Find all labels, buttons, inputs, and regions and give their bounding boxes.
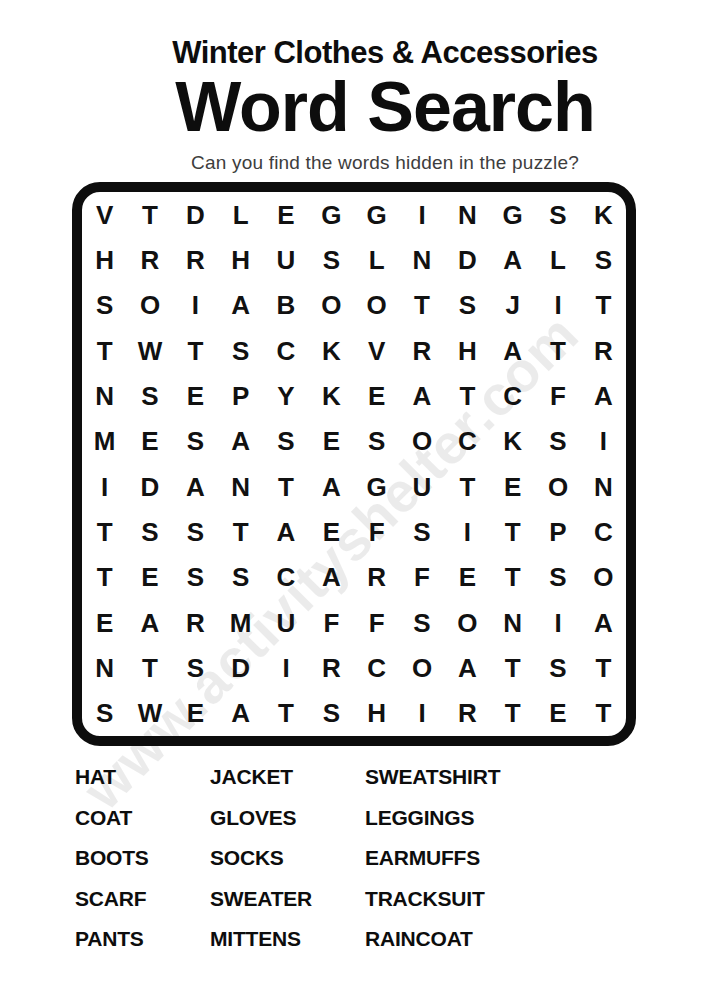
grid-cell-r3c9: S <box>445 283 490 328</box>
grid-cell-r2c3: R <box>173 237 218 282</box>
grid-cell-r1c4: L <box>218 192 263 237</box>
grid-cell-r11c12: T <box>581 645 626 690</box>
grid-cell-r11c3: S <box>173 645 218 690</box>
grid-cell-r8c1: T <box>82 509 127 554</box>
grid-cell-r8c12: C <box>581 509 626 554</box>
grid-cell-r7c7: G <box>354 464 399 509</box>
grid-cell-r10c11: I <box>535 600 580 645</box>
grid-cell-r7c8: U <box>399 464 444 509</box>
grid-cell-r5c6: K <box>309 373 354 418</box>
grid-cell-r4c6: K <box>309 328 354 373</box>
grid-cell-r9c11: S <box>535 555 580 600</box>
word-search-board: VTDLEGGINGSKHRRHUSLNDALSSOIABOOTSJITTWTS… <box>72 182 636 746</box>
word-hat: HAT <box>75 757 210 798</box>
word-pants: PANTS <box>75 919 210 960</box>
grid-cell-r10c12: A <box>581 600 626 645</box>
grid-cell-r7c3: A <box>173 464 218 509</box>
grid-cell-r3c6: O <box>309 283 354 328</box>
grid-cell-r11c4: D <box>218 645 263 690</box>
grid-cell-r10c9: O <box>445 600 490 645</box>
grid-cell-r2c7: L <box>354 237 399 282</box>
grid-cell-r5c11: F <box>535 373 580 418</box>
grid-cell-r4c5: C <box>263 328 308 373</box>
grid-cell-r4c2: W <box>127 328 172 373</box>
word-boots: BOOTS <box>75 838 210 879</box>
grid-cell-r3c11: I <box>535 283 580 328</box>
grid-cell-r5c4: P <box>218 373 263 418</box>
grid-cell-r4c4: S <box>218 328 263 373</box>
grid-cell-r3c10: J <box>490 283 535 328</box>
grid-cell-r12c1: S <box>82 691 127 736</box>
page-title: Word Search <box>65 72 705 142</box>
word-gloves: GLOVES <box>210 798 365 839</box>
grid-cell-r9c5: C <box>263 555 308 600</box>
grid-cell-r5c3: E <box>173 373 218 418</box>
grid-cell-r6c7: S <box>354 419 399 464</box>
grid-cell-r7c4: N <box>218 464 263 509</box>
grid-cell-r11c10: T <box>490 645 535 690</box>
word-jacket: JACKET <box>210 757 365 798</box>
grid-cell-r8c6: E <box>309 509 354 554</box>
grid-cell-r10c2: A <box>127 600 172 645</box>
grid-cell-r4c7: V <box>354 328 399 373</box>
grid-cell-r1c9: N <box>445 192 490 237</box>
word-search-grid: VTDLEGGINGSKHRRHUSLNDALSSOIABOOTSJITTWTS… <box>82 192 626 736</box>
grid-cell-r12c6: S <box>309 691 354 736</box>
grid-cell-r3c2: O <box>127 283 172 328</box>
grid-cell-r6c5: S <box>263 419 308 464</box>
word-sweater: SWEATER <box>210 879 365 920</box>
grid-cell-r9c12: O <box>581 555 626 600</box>
grid-cell-r11c8: O <box>399 645 444 690</box>
grid-cell-r3c4: A <box>218 283 263 328</box>
grid-cell-r12c7: H <box>354 691 399 736</box>
grid-cell-r9c9: E <box>445 555 490 600</box>
grid-cell-r6c8: O <box>399 419 444 464</box>
word-tracksuit: TRACKSUIT <box>365 879 647 920</box>
grid-cell-r6c9: C <box>445 419 490 464</box>
grid-cell-r2c9: D <box>445 237 490 282</box>
grid-cell-r3c1: S <box>82 283 127 328</box>
grid-cell-r9c8: F <box>399 555 444 600</box>
grid-cell-r10c7: F <box>354 600 399 645</box>
grid-cell-r8c7: F <box>354 509 399 554</box>
grid-cell-r5c10: C <box>490 373 535 418</box>
grid-cell-r4c8: R <box>399 328 444 373</box>
word-mittens: MITTENS <box>210 919 365 960</box>
grid-cell-r11c2: T <box>127 645 172 690</box>
grid-cell-r6c12: I <box>581 419 626 464</box>
grid-cell-r8c8: S <box>399 509 444 554</box>
grid-cell-r5c2: S <box>127 373 172 418</box>
grid-cell-r3c8: T <box>399 283 444 328</box>
grid-cell-r10c5: U <box>263 600 308 645</box>
grid-cell-r4c11: T <box>535 328 580 373</box>
grid-cell-r3c5: B <box>263 283 308 328</box>
grid-cell-r9c7: R <box>354 555 399 600</box>
grid-cell-r7c6: A <box>309 464 354 509</box>
grid-cell-r4c3: T <box>173 328 218 373</box>
page-subtitle-theme: Winter Clothes & Accessories <box>65 36 705 70</box>
grid-cell-r7c2: D <box>127 464 172 509</box>
grid-cell-r1c2: T <box>127 192 172 237</box>
grid-cell-r7c12: N <box>581 464 626 509</box>
word-coat: COAT <box>75 798 210 839</box>
grid-cell-r9c1: T <box>82 555 127 600</box>
grid-cell-r7c10: E <box>490 464 535 509</box>
grid-cell-r4c9: H <box>445 328 490 373</box>
grid-cell-r9c6: A <box>309 555 354 600</box>
grid-cell-r2c1: H <box>82 237 127 282</box>
grid-cell-r5c12: A <box>581 373 626 418</box>
grid-cell-r4c12: R <box>581 328 626 373</box>
grid-cell-r1c7: G <box>354 192 399 237</box>
grid-cell-r4c10: A <box>490 328 535 373</box>
grid-cell-r9c3: S <box>173 555 218 600</box>
grid-cell-r6c10: K <box>490 419 535 464</box>
grid-cell-r12c8: I <box>399 691 444 736</box>
grid-cell-r12c5: T <box>263 691 308 736</box>
word-raincoat: RAINCOAT <box>365 919 647 960</box>
grid-cell-r3c3: I <box>173 283 218 328</box>
grid-cell-r1c1: V <box>82 192 127 237</box>
grid-cell-r6c6: E <box>309 419 354 464</box>
instruction-text: Can you find the words hidden in the puz… <box>65 152 705 174</box>
word-scarf: SCARF <box>75 879 210 920</box>
grid-cell-r12c2: W <box>127 691 172 736</box>
grid-cell-r12c3: E <box>173 691 218 736</box>
word-earmuffs: EARMUFFS <box>365 838 647 879</box>
grid-cell-r8c9: I <box>445 509 490 554</box>
grid-cell-r11c9: A <box>445 645 490 690</box>
grid-cell-r2c11: L <box>535 237 580 282</box>
grid-cell-r8c2: S <box>127 509 172 554</box>
grid-cell-r5c9: T <box>445 373 490 418</box>
grid-cell-r8c4: T <box>218 509 263 554</box>
grid-cell-r1c3: D <box>173 192 218 237</box>
grid-cell-r12c11: E <box>535 691 580 736</box>
grid-cell-r8c10: T <box>490 509 535 554</box>
word-sweatshirt: SWEATSHIRT <box>365 757 647 798</box>
grid-cell-r6c2: E <box>127 419 172 464</box>
grid-cell-r10c1: E <box>82 600 127 645</box>
header: Winter Clothes & Accessories Word Search… <box>65 0 705 174</box>
grid-cell-r4c1: T <box>82 328 127 373</box>
grid-cell-r10c10: N <box>490 600 535 645</box>
grid-cell-r12c12: T <box>581 691 626 736</box>
grid-cell-r7c5: T <box>263 464 308 509</box>
grid-cell-r1c6: G <box>309 192 354 237</box>
grid-cell-r5c1: N <box>82 373 127 418</box>
word-socks: SOCKS <box>210 838 365 879</box>
grid-cell-r12c4: A <box>218 691 263 736</box>
grid-cell-r7c9: T <box>445 464 490 509</box>
grid-cell-r12c9: R <box>445 691 490 736</box>
grid-cell-r2c8: N <box>399 237 444 282</box>
grid-cell-r1c12: K <box>581 192 626 237</box>
grid-cell-r7c11: O <box>535 464 580 509</box>
grid-cell-r11c11: S <box>535 645 580 690</box>
grid-cell-r10c6: F <box>309 600 354 645</box>
grid-cell-r9c4: S <box>218 555 263 600</box>
grid-cell-r2c10: A <box>490 237 535 282</box>
grid-cell-r10c3: R <box>173 600 218 645</box>
grid-cell-r7c1: I <box>82 464 127 509</box>
word-list: HATJACKETSWEATSHIRTCOATGLOVESLEGGINGSBOO… <box>75 757 647 960</box>
grid-cell-r2c5: U <box>263 237 308 282</box>
grid-cell-r9c10: T <box>490 555 535 600</box>
grid-cell-r11c6: R <box>309 645 354 690</box>
grid-cell-r8c11: P <box>535 509 580 554</box>
grid-cell-r1c10: G <box>490 192 535 237</box>
worksheet-page: www.activityshelter.com Winter Clothes &… <box>0 0 707 1000</box>
grid-cell-r8c5: A <box>263 509 308 554</box>
grid-cell-r1c5: E <box>263 192 308 237</box>
grid-cell-r11c1: N <box>82 645 127 690</box>
grid-cell-r5c8: A <box>399 373 444 418</box>
grid-cell-r2c2: R <box>127 237 172 282</box>
grid-cell-r2c6: S <box>309 237 354 282</box>
grid-cell-r10c4: M <box>218 600 263 645</box>
word-leggings: LEGGINGS <box>365 798 647 839</box>
grid-cell-r12c10: T <box>490 691 535 736</box>
grid-cell-r2c4: H <box>218 237 263 282</box>
grid-cell-r11c7: C <box>354 645 399 690</box>
grid-cell-r10c8: S <box>399 600 444 645</box>
grid-cell-r5c7: E <box>354 373 399 418</box>
grid-cell-r6c11: S <box>535 419 580 464</box>
grid-cell-r5c5: Y <box>263 373 308 418</box>
grid-cell-r3c7: O <box>354 283 399 328</box>
grid-cell-r8c3: S <box>173 509 218 554</box>
grid-cell-r3c12: T <box>581 283 626 328</box>
grid-cell-r1c11: S <box>535 192 580 237</box>
grid-cell-r9c2: E <box>127 555 172 600</box>
grid-cell-r2c12: S <box>581 237 626 282</box>
grid-cell-r11c5: I <box>263 645 308 690</box>
grid-cell-r6c4: A <box>218 419 263 464</box>
grid-cell-r6c3: S <box>173 419 218 464</box>
grid-cell-r6c1: M <box>82 419 127 464</box>
grid-cell-r1c8: I <box>399 192 444 237</box>
